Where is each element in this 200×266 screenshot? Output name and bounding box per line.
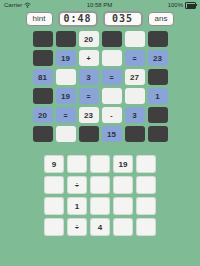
timer-display: 0:48 <box>58 11 98 27</box>
board-cell-r6c3 <box>79 126 99 142</box>
hint-button[interactable]: hint <box>26 12 53 26</box>
clock-label: 10:58 PM <box>87 2 113 8</box>
tray-slot-r1c2 <box>67 155 87 173</box>
tray-slot-r1c5 <box>136 155 156 173</box>
board-cell-r2c3[interactable]: + <box>79 50 99 66</box>
tray-tile-r1c1[interactable]: 9 <box>44 155 64 173</box>
board-cell-r1c1 <box>33 31 53 47</box>
tray-slot-r4c4 <box>113 218 133 236</box>
tray-slot-r2c4 <box>113 176 133 194</box>
tray-slot-r1c3 <box>90 155 110 173</box>
board-cell-r5c3[interactable]: 23 <box>79 107 99 123</box>
board-cell-r1c2 <box>56 31 76 47</box>
tray-slot-r3c4 <box>113 197 133 215</box>
board-cell-r5c1: 20 <box>33 107 53 123</box>
tray-slot-r2c1 <box>44 176 64 194</box>
battery-percent-label: 100% <box>168 2 183 8</box>
board-cell-r5c6 <box>148 107 168 123</box>
board: 2019+=23813=2719=120=23-315 <box>33 31 168 142</box>
board-cell-r5c4[interactable]: - <box>102 107 122 123</box>
carrier-label: Carrier <box>4 2 22 8</box>
board-cell-r1c4 <box>102 31 122 47</box>
board-cell-r3c4: = <box>102 69 122 85</box>
board-cell-r4c2: 19 <box>56 88 76 104</box>
tray-tile-r3c2[interactable]: 1 <box>67 197 87 215</box>
board-cell-r6c1 <box>33 126 53 142</box>
tray-tile-r1c4[interactable]: 19 <box>113 155 133 173</box>
board-cell-r2c6: 23 <box>148 50 168 66</box>
board-cell-r2c5: = <box>125 50 145 66</box>
board-cell-r2c2: 19 <box>56 50 76 66</box>
board-cell-r6c6 <box>148 126 168 142</box>
tray-tile-r4c3[interactable]: 4 <box>90 218 110 236</box>
tray-slot-r2c3 <box>90 176 110 194</box>
board-cell-r3c5[interactable]: 27 <box>125 69 145 85</box>
tray-slot-r4c5 <box>136 218 156 236</box>
board-cell-r5c5: 3 <box>125 107 145 123</box>
status-bar: Carrier 10:58 PM 100% <box>0 0 200 9</box>
board-cell-r2c4[interactable] <box>102 50 122 66</box>
board-cell-r5c2: = <box>56 107 76 123</box>
ans-button[interactable]: ans <box>148 12 175 26</box>
board-cell-r3c3: 3 <box>79 69 99 85</box>
board-cell-r4c3: = <box>79 88 99 104</box>
board-cell-r3c1: 81 <box>33 69 53 85</box>
battery-icon <box>185 2 196 9</box>
wifi-icon <box>24 2 31 8</box>
tray: 919÷1÷4 <box>44 155 156 236</box>
tray-slot-r3c3 <box>90 197 110 215</box>
board-cell-r4c4[interactable] <box>102 88 122 104</box>
board-cell-r3c2[interactable] <box>56 69 76 85</box>
board-cell-r3c6 <box>148 69 168 85</box>
moves-counter-display: 035 <box>103 11 143 27</box>
board-cell-r6c5 <box>125 126 145 142</box>
tray-slot-r2c5 <box>136 176 156 194</box>
board-cell-r4c1 <box>33 88 53 104</box>
tray-tile-r4c2[interactable]: ÷ <box>67 218 87 236</box>
tray-slot-r3c5 <box>136 197 156 215</box>
board-cell-r1c5[interactable] <box>125 31 145 47</box>
board-cell-r6c2[interactable] <box>56 126 76 142</box>
board-cell-r1c6 <box>148 31 168 47</box>
tray-tile-r2c2[interactable]: ÷ <box>67 176 87 194</box>
board-cell-r2c1 <box>33 50 53 66</box>
tray-slot-r4c1 <box>44 218 64 236</box>
board-cell-r4c6: 1 <box>148 88 168 104</box>
board-cell-r1c3[interactable]: 20 <box>79 31 99 47</box>
tray-slot-r3c1 <box>44 197 64 215</box>
toolbar: hint 0:48 035 ans <box>0 12 200 26</box>
board-cell-r6c4: 15 <box>102 126 122 142</box>
board-cell-r4c5[interactable] <box>125 88 145 104</box>
app-screen: Carrier 10:58 PM 100% hint 0:48 035 ans … <box>0 0 200 266</box>
